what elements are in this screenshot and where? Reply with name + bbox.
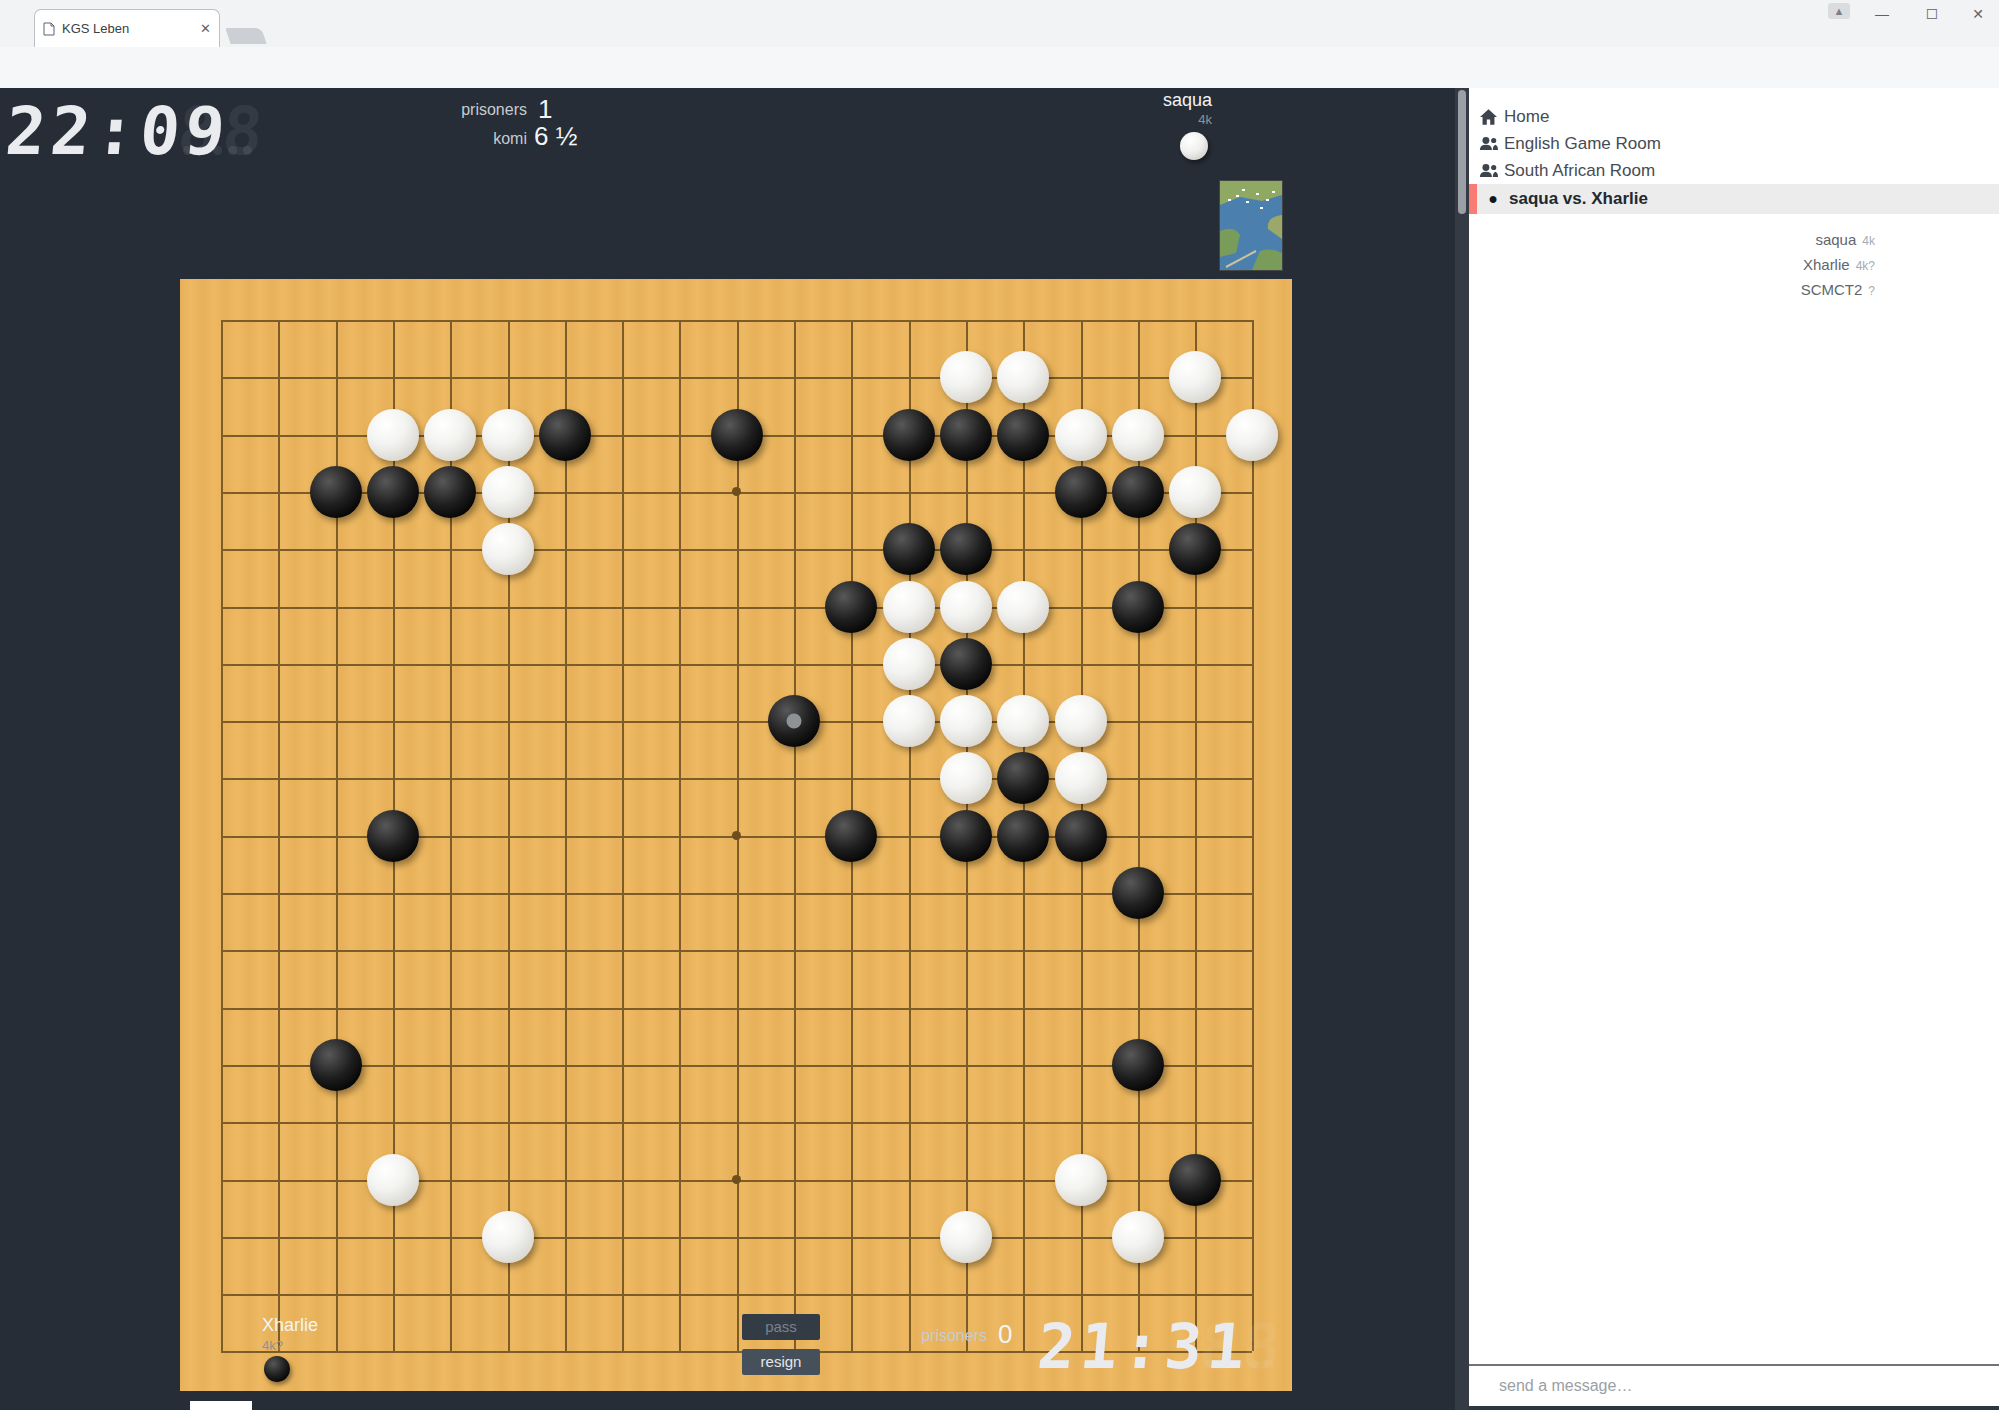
stone-white — [1169, 351, 1221, 403]
user-list-item[interactable]: saqua4k — [1801, 228, 1875, 253]
stone-white — [424, 409, 476, 461]
users-icon — [1478, 136, 1498, 151]
user-rank: ? — [1868, 284, 1875, 298]
stone-black — [1055, 466, 1107, 518]
black-player-avatar: XHARLIE — [190, 1401, 252, 1410]
sidebar-item-south-african-room[interactable]: South African Room — [1469, 157, 1999, 184]
stone-white — [940, 351, 992, 403]
stone-black — [1112, 867, 1164, 919]
stone-black — [997, 409, 1049, 461]
white-player-avatar — [1219, 180, 1283, 271]
stone-white — [1055, 695, 1107, 747]
sidebar-item-home[interactable]: Home — [1469, 103, 1999, 130]
stone-black — [1169, 1154, 1221, 1206]
tab-close-icon[interactable]: ✕ — [200, 21, 211, 36]
stone-black — [825, 810, 877, 862]
hoshi-point — [732, 1175, 741, 1184]
sidebar-scrollbar-track[interactable] — [1455, 88, 1469, 1410]
stone-black — [883, 523, 935, 575]
user-list-item[interactable]: Xharlie4k? — [1801, 253, 1875, 278]
user-name: Xharlie — [1803, 256, 1850, 273]
maximize-button[interactable]: ☐ — [1919, 6, 1945, 22]
stone-white — [1055, 752, 1107, 804]
sidebar-item-label: South African Room — [1504, 161, 1655, 181]
user-list-item[interactable]: SCMCT2? — [1801, 278, 1875, 303]
stone-black — [424, 466, 476, 518]
users-icon — [1478, 163, 1498, 178]
stone-black — [367, 466, 419, 518]
stone-black — [539, 409, 591, 461]
stone-black — [940, 409, 992, 461]
stone-black — [310, 466, 362, 518]
stone-black — [940, 810, 992, 862]
white-player-name: saqua — [1062, 90, 1212, 111]
stone-black — [1055, 810, 1107, 862]
stone-black — [1112, 1039, 1164, 1091]
tab-title: KGS Leben — [62, 21, 200, 36]
resign-button[interactable]: resign — [742, 1349, 820, 1375]
sidebar-item-game-saqua-vs-xharlie[interactable]: ● saqua vs. Xharlie — [1469, 184, 1999, 214]
browser-tab[interactable]: KGS Leben ✕ — [34, 9, 220, 47]
stone-white — [940, 695, 992, 747]
last-move-marker — [787, 714, 802, 729]
stone-black — [1112, 581, 1164, 633]
stone-white — [367, 1154, 419, 1206]
sidebar-item-label: saqua vs. Xharlie — [1509, 189, 1648, 209]
stone-black — [940, 523, 992, 575]
stone-white — [482, 466, 534, 518]
white-prisoners-label: prisoners — [455, 101, 527, 119]
stone-black — [1169, 523, 1221, 575]
white-player-rank: 4k — [1062, 112, 1212, 127]
stone-white — [940, 1211, 992, 1263]
black-stone-icon — [264, 1356, 290, 1382]
user-rank: 4k — [1862, 234, 1875, 248]
stone-white — [940, 581, 992, 633]
browser-toolbar: ← → ↻ ⌂ i localhost :8080 ⚑ ★ ⋮ — [0, 47, 1999, 89]
close-button[interactable]: ✕ — [1965, 6, 1991, 22]
stone-white — [1055, 1154, 1107, 1206]
user-name: SCMCT2 — [1801, 281, 1863, 298]
stone-black — [711, 409, 763, 461]
stone-white — [482, 1211, 534, 1263]
stone-white — [1169, 466, 1221, 518]
user-name: saqua — [1815, 231, 1856, 248]
stone-black — [997, 752, 1049, 804]
go-board[interactable] — [180, 279, 1292, 1391]
browser-titlebar: KGS Leben ✕ ▲ — ☐ ✕ — [0, 0, 1999, 48]
sidebar-item-english-game-room[interactable]: English Game Room — [1469, 130, 1999, 157]
chat-input-container — [1469, 1364, 1999, 1406]
black-prisoners-count: 0 — [998, 1319, 1012, 1350]
page-icon — [43, 22, 55, 36]
stone-white — [997, 581, 1049, 633]
chat-input[interactable] — [1497, 1376, 1999, 1396]
sidebar-scrollbar-thumb[interactable] — [1458, 90, 1466, 214]
active-game-accent-bar — [1469, 184, 1477, 214]
stone-white — [883, 581, 935, 633]
home-icon — [1478, 109, 1498, 125]
stone-white — [1055, 409, 1107, 461]
stone-white — [1226, 409, 1278, 461]
profile-icon[interactable]: ▲ — [1828, 3, 1850, 19]
stone-black — [940, 638, 992, 690]
user-rank: 4k? — [1856, 259, 1875, 273]
stone-black — [997, 810, 1049, 862]
pass-button[interactable]: pass — [742, 1314, 820, 1340]
black-stone-icon: ● — [1483, 190, 1503, 208]
minimize-button[interactable]: — — [1869, 6, 1895, 22]
black-player-rank: 4k? — [262, 1338, 283, 1353]
stone-black — [768, 695, 820, 747]
chat-bottom-border — [1469, 1406, 1999, 1410]
stone-white — [1112, 1211, 1164, 1263]
black-byoyomi-dots — [1204, 1360, 1273, 1369]
stone-white — [883, 695, 935, 747]
stone-white — [940, 752, 992, 804]
stone-white — [997, 351, 1049, 403]
stone-black — [883, 409, 935, 461]
new-tab-button[interactable] — [225, 28, 266, 44]
black-prisoners-label: prisoners — [905, 1327, 987, 1345]
stone-black — [825, 581, 877, 633]
browser-window: KGS Leben ✕ ▲ — ☐ ✕ ← → ↻ ⌂ i localhost … — [0, 0, 1999, 1410]
stone-white — [482, 523, 534, 575]
stone-white — [367, 409, 419, 461]
sidebar-item-label: Home — [1504, 107, 1549, 127]
white-byoyomi-ghost: 88 — [175, 93, 271, 170]
stone-white — [482, 409, 534, 461]
white-byoyomi-dots — [183, 146, 252, 155]
hoshi-point — [732, 831, 741, 840]
komi-value: 6 ½ — [534, 121, 577, 152]
hoshi-point — [732, 487, 741, 496]
stone-black — [367, 810, 419, 862]
stone-black — [310, 1039, 362, 1091]
sidebar: Home English Game Room South African Roo… — [1469, 88, 1999, 1410]
room-user-list: saqua4k Xharlie4k? SCMCT2? — [1801, 228, 1875, 303]
stone-white — [997, 695, 1049, 747]
sidebar-item-label: English Game Room — [1504, 134, 1661, 154]
black-player-name: Xharlie — [262, 1315, 318, 1336]
stone-white — [1112, 409, 1164, 461]
black-byoyomi-ghost: 88 — [1197, 1310, 1288, 1383]
white-stone-icon — [1180, 132, 1208, 160]
stone-black — [1112, 466, 1164, 518]
komi-label: komi — [455, 130, 527, 148]
stone-white — [883, 638, 935, 690]
